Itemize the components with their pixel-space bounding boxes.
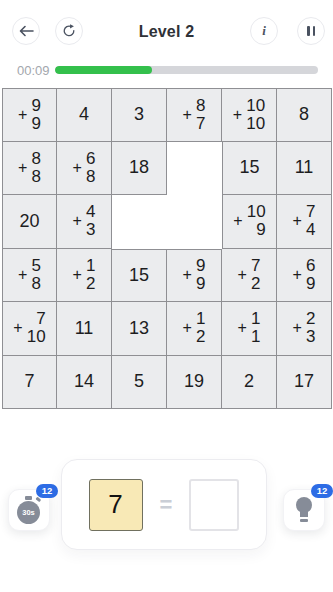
operand-top: 4: [86, 203, 95, 221]
addition-expression: +69: [293, 257, 316, 293]
grid-cell-r4c1[interactable]: 11: [57, 302, 112, 356]
sum-value: 15: [239, 157, 259, 178]
sum-value: 11: [295, 157, 314, 178]
grid-cell-r0c3[interactable]: +87: [167, 88, 222, 142]
hint-count-badge: 12: [311, 484, 333, 498]
page-title: Level 2: [0, 23, 333, 41]
operand-top: 7: [306, 203, 315, 221]
sum-value: 20: [19, 211, 39, 232]
operand-top: 10: [246, 97, 265, 115]
stopwatch-label: 30s: [17, 501, 40, 524]
info-icon: i: [262, 23, 266, 39]
sum-value: 3: [134, 104, 144, 125]
grid-cell-r3c3[interactable]: +99: [167, 249, 222, 303]
operand-stack: 11: [251, 310, 260, 346]
operand-top: 1: [86, 257, 95, 275]
grid-cell-r0c4[interactable]: +1010: [222, 88, 277, 142]
grid-cell-r1c4[interactable]: 15: [222, 142, 277, 196]
addition-expression: +68: [73, 150, 96, 186]
addition-expression: +1010: [233, 97, 265, 133]
grid-cell-r5c4[interactable]: 2: [222, 356, 277, 410]
operand-bottom: 10: [246, 115, 265, 133]
addition-expression: +23: [293, 310, 316, 346]
operand-top: 1: [251, 310, 260, 328]
plus-sign: +: [233, 212, 242, 230]
grid-cell-r5c0[interactable]: 7: [2, 356, 57, 410]
addition-expression: +43: [73, 203, 96, 239]
addition-expression: +87: [183, 97, 206, 133]
plus-sign: +: [183, 319, 192, 337]
operand-bottom: 2: [251, 275, 260, 293]
pause-button[interactable]: [297, 17, 325, 45]
plus-sign: +: [183, 266, 192, 284]
operand-stack: 12: [196, 310, 205, 346]
plus-sign: +: [13, 319, 22, 337]
operand-top: 2: [306, 310, 315, 328]
operand-bottom: 8: [86, 168, 95, 186]
operand-bottom: 2: [86, 275, 95, 293]
grid-hole-r2c3: [167, 195, 222, 249]
progress-fill: [55, 66, 152, 74]
operand-stack: 87: [196, 97, 205, 133]
operand-top: 6: [306, 257, 315, 275]
grid-cell-r1c1[interactable]: +68: [57, 142, 112, 196]
addition-expression: +58: [18, 257, 41, 293]
pause-icon: [307, 26, 315, 36]
operand-stack: 1010: [246, 97, 265, 133]
operand-stack: 88: [31, 150, 40, 186]
grid-cell-r1c0[interactable]: +88: [2, 142, 57, 196]
addition-expression: +99: [18, 97, 41, 133]
grid-cell-r3c0[interactable]: +58: [2, 249, 57, 303]
grid-cell-r2c0[interactable]: 20: [2, 195, 57, 249]
addition-expression: +109: [233, 203, 265, 239]
plus-sign: +: [73, 212, 82, 230]
sum-value: 14: [74, 371, 94, 392]
equals-sign: =: [160, 492, 173, 518]
operand-stack: 12: [86, 257, 95, 293]
add-time-powerup-button[interactable]: 12 30s: [8, 489, 50, 531]
grid-cell-r5c1[interactable]: 14: [57, 356, 112, 410]
elapsed-time: 00:09: [17, 63, 50, 78]
operand-bottom: 8: [31, 275, 40, 293]
addition-expression: +12: [183, 310, 206, 346]
operand-bottom: 8: [31, 168, 40, 186]
operand-top: 8: [196, 97, 205, 115]
operand-bottom: 7: [196, 115, 205, 133]
operand-stack: 74: [306, 203, 315, 239]
grid-hole-r2c2: [112, 195, 167, 249]
operand-bottom: 3: [86, 221, 95, 239]
sum-value: 8: [299, 104, 309, 125]
addition-expression: +74: [293, 203, 316, 239]
plus-sign: +: [238, 266, 247, 284]
addition-expression: +710: [13, 310, 45, 346]
selected-number-tile[interactable]: 7: [89, 479, 143, 531]
sum-value: 17: [294, 371, 314, 392]
operand-stack: 68: [86, 150, 95, 186]
operand-top: 10: [247, 203, 266, 221]
addition-expression: +88: [18, 150, 41, 186]
grid-cell-r0c2[interactable]: 3: [112, 88, 167, 142]
stopwatch-icon: 30s: [16, 496, 42, 524]
match-card: 7 =: [61, 459, 267, 550]
plus-sign: +: [18, 266, 27, 284]
plus-sign: +: [293, 319, 302, 337]
plus-sign: +: [18, 159, 27, 177]
plus-sign: +: [293, 266, 302, 284]
addition-expression: +99: [183, 257, 206, 293]
grid-cell-r4c0[interactable]: +710: [2, 302, 57, 356]
operand-stack: 58: [31, 257, 40, 293]
operand-bottom: 3: [306, 328, 315, 346]
operand-stack: 72: [251, 257, 260, 293]
addition-expression: +12: [73, 257, 96, 293]
grid-cell-r3c1[interactable]: +12: [57, 249, 112, 303]
puzzle-grid: +9943+87+10108+88+6818151120+43+109+74+5…: [2, 88, 332, 409]
plus-sign: +: [233, 106, 242, 124]
grid-cell-r4c3[interactable]: +12: [167, 302, 222, 356]
grid-cell-r4c2[interactable]: 13: [112, 302, 167, 356]
plus-sign: +: [238, 319, 247, 337]
grid-cell-r3c2[interactable]: 15: [112, 249, 167, 303]
plus-sign: +: [293, 212, 302, 230]
operand-bottom: 9: [256, 221, 265, 239]
operand-top: 9: [31, 97, 40, 115]
plus-sign: +: [73, 159, 82, 177]
sum-value: 19: [184, 371, 204, 392]
sum-value: 7: [24, 371, 34, 392]
grid-cell-r0c5[interactable]: 8: [277, 88, 332, 142]
sum-value: 2: [244, 371, 254, 392]
operand-top: 8: [31, 150, 40, 168]
sum-value: 11: [75, 318, 94, 339]
operand-stack: 99: [31, 97, 40, 133]
addition-expression: +72: [238, 257, 261, 293]
grid-cell-r4c5[interactable]: +23: [277, 302, 332, 356]
hint-powerup-button[interactable]: 12: [283, 489, 325, 531]
operand-top: 7: [36, 310, 45, 328]
grid-cell-r1c2[interactable]: 18: [112, 142, 167, 196]
empty-match-slot[interactable]: [189, 479, 239, 531]
operand-top: 7: [251, 257, 260, 275]
grid-hole-r1c3: [167, 142, 222, 196]
operand-stack: 710: [27, 310, 46, 346]
operand-top: 6: [86, 150, 95, 168]
operand-stack: 69: [306, 257, 315, 293]
operand-bottom: 4: [306, 221, 315, 239]
operand-top: 5: [31, 257, 40, 275]
operand-bottom: 1: [251, 328, 260, 346]
grid-cell-r2c1[interactable]: +43: [57, 195, 112, 249]
operand-top: 9: [196, 257, 205, 275]
sum-value: 5: [134, 371, 144, 392]
grid-cell-r0c0[interactable]: +99: [2, 88, 57, 142]
operand-bottom: 9: [31, 115, 40, 133]
addition-expression: +11: [238, 310, 261, 346]
grid-cell-r1c5[interactable]: 11: [277, 142, 332, 196]
operand-bottom: 2: [196, 328, 205, 346]
operand-bottom: 9: [196, 275, 205, 293]
grid-cell-r5c3[interactable]: 19: [167, 356, 222, 410]
operand-bottom: 9: [306, 275, 315, 293]
grid-cell-r4c4[interactable]: +11: [222, 302, 277, 356]
sum-value: 13: [129, 318, 149, 339]
operand-stack: 99: [196, 257, 205, 293]
info-button[interactable]: i: [250, 17, 278, 45]
progress-bar: [55, 66, 318, 74]
grid-cell-r0c1[interactable]: 4: [57, 88, 112, 142]
operand-bottom: 10: [27, 328, 46, 346]
sum-value: 4: [79, 104, 89, 125]
operand-stack: 109: [247, 203, 266, 239]
plus-sign: +: [183, 106, 192, 124]
grid-cell-r5c5[interactable]: 17: [277, 356, 332, 410]
operand-stack: 23: [306, 310, 315, 346]
grid-cell-r2c5[interactable]: +74: [277, 195, 332, 249]
grid-cell-r2c4[interactable]: +109: [222, 195, 277, 249]
grid-cell-r3c4[interactable]: +72: [222, 249, 277, 303]
grid-cell-r3c5[interactable]: +69: [277, 249, 332, 303]
plus-sign: +: [18, 106, 27, 124]
plus-sign: +: [73, 266, 82, 284]
grid-cell-r5c2[interactable]: 5: [112, 356, 167, 410]
lightbulb-icon: [295, 497, 313, 523]
operand-top: 1: [196, 310, 205, 328]
sum-value: 18: [129, 157, 149, 178]
sum-value: 15: [129, 265, 149, 286]
game-screen: Level 2 i 00:09 +9943+87+10108+88+681815…: [0, 0, 333, 592]
operand-stack: 43: [86, 203, 95, 239]
